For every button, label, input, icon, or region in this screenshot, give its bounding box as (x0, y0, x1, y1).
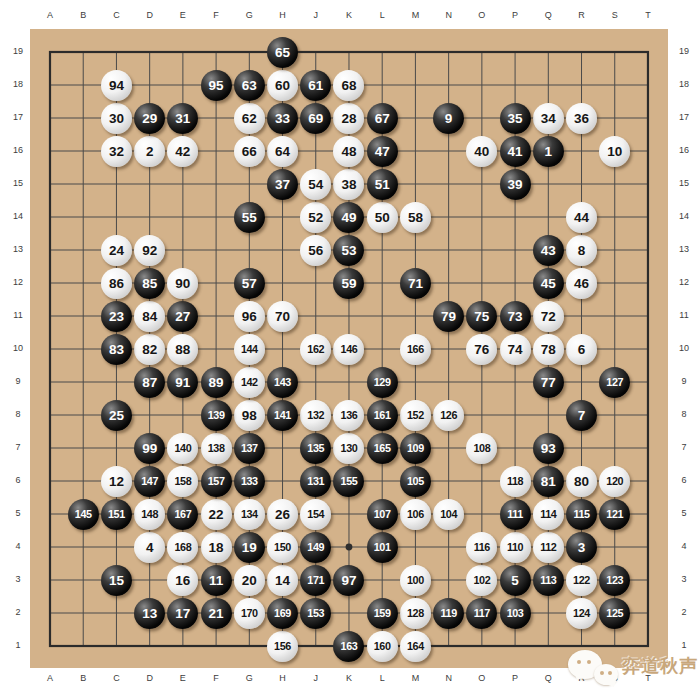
stone-black-R5: 115 (566, 499, 597, 530)
column-label-top: R (570, 10, 594, 20)
stone-black-L15: 51 (367, 169, 398, 200)
stone-white-F7: 138 (201, 433, 232, 464)
stone-black-Q9: 77 (533, 367, 564, 398)
row-label-left: 2 (8, 607, 28, 617)
stone-black-G4: 19 (234, 532, 265, 563)
column-label-top: D (138, 10, 162, 20)
stone-black-K6: 155 (333, 466, 364, 497)
stone-black-O11: 75 (466, 301, 497, 332)
stone-black-R8: 7 (566, 400, 597, 431)
stone-black-E5: 167 (167, 499, 198, 530)
stone-black-J2: 153 (300, 598, 331, 629)
stone-black-P2: 103 (500, 598, 531, 629)
row-label-left: 6 (8, 475, 28, 485)
stone-black-F9: 89 (201, 367, 232, 398)
wechat-icon-small-bubble (594, 664, 618, 685)
column-label-top: F (204, 10, 228, 20)
row-label-right: 3 (674, 574, 694, 584)
column-label-bottom: Q (536, 673, 560, 683)
stone-black-F18: 95 (201, 70, 232, 101)
stone-black-H15: 37 (267, 169, 298, 200)
stone-white-K15: 38 (333, 169, 364, 200)
stone-white-D13: 92 (134, 235, 165, 266)
stone-black-S9: 127 (599, 367, 630, 398)
stone-black-Q12: 45 (533, 268, 564, 299)
stone-white-R13: 8 (566, 235, 597, 266)
stone-white-L1: 160 (367, 631, 398, 662)
stone-black-E11: 27 (167, 301, 198, 332)
row-label-left: 10 (8, 343, 28, 353)
row-label-left: 17 (8, 112, 28, 122)
stone-black-J18: 61 (300, 70, 331, 101)
stone-white-M14: 58 (400, 202, 431, 233)
stone-black-P3: 5 (500, 565, 531, 596)
row-label-right: 4 (674, 541, 694, 551)
stone-white-E4: 168 (167, 532, 198, 563)
watermark-text: 弈道秋声 (622, 654, 698, 678)
stone-white-H4: 150 (267, 532, 298, 563)
stone-white-E6: 158 (167, 466, 198, 497)
stone-black-C8: 25 (101, 400, 132, 431)
stone-white-D16: 2 (134, 136, 165, 167)
stone-white-K16: 48 (333, 136, 364, 167)
stone-white-O10: 76 (466, 334, 497, 365)
stone-white-K17: 28 (333, 103, 364, 134)
stone-black-H17: 33 (267, 103, 298, 134)
stone-black-P15: 39 (500, 169, 531, 200)
stone-white-C12: 86 (101, 268, 132, 299)
column-label-bottom: J (304, 673, 328, 683)
stone-black-D7: 99 (134, 433, 165, 464)
column-label-top: Q (536, 10, 560, 20)
stone-black-H2: 169 (267, 598, 298, 629)
column-label-bottom: H (271, 673, 295, 683)
row-label-right: 9 (674, 376, 694, 386)
row-label-right: 11 (674, 310, 694, 320)
stone-black-J17: 69 (300, 103, 331, 134)
stone-white-J14: 52 (300, 202, 331, 233)
stone-black-F3: 11 (201, 565, 232, 596)
stone-white-P4: 110 (500, 532, 531, 563)
row-label-right: 18 (674, 79, 694, 89)
column-label-bottom: G (237, 673, 261, 683)
stone-black-L9: 129 (367, 367, 398, 398)
stone-white-L14: 50 (367, 202, 398, 233)
stone-white-G17: 62 (234, 103, 265, 134)
stone-black-Q3: 113 (533, 565, 564, 596)
stone-black-C3: 15 (101, 565, 132, 596)
stone-white-O4: 116 (466, 532, 497, 563)
stone-black-C11: 23 (101, 301, 132, 332)
stone-white-E3: 16 (167, 565, 198, 596)
row-label-right: 14 (674, 211, 694, 221)
row-label-left: 7 (8, 442, 28, 452)
stone-black-M7: 109 (400, 433, 431, 464)
stone-white-O7: 108 (466, 433, 497, 464)
row-label-right: 16 (674, 145, 694, 155)
stone-black-J3: 171 (300, 565, 331, 596)
row-label-left: 8 (8, 409, 28, 419)
stone-black-S2: 125 (599, 598, 630, 629)
stone-white-C17: 30 (101, 103, 132, 134)
stone-white-G5: 134 (234, 499, 265, 530)
stone-black-H19: 65 (267, 37, 298, 68)
stone-white-D11: 84 (134, 301, 165, 332)
stone-white-K18: 68 (333, 70, 364, 101)
stone-white-C16: 32 (101, 136, 132, 167)
column-label-top: O (470, 10, 494, 20)
row-label-left: 12 (8, 277, 28, 287)
stone-black-G12: 57 (234, 268, 265, 299)
stone-white-M3: 100 (400, 565, 431, 596)
stone-white-J13: 56 (300, 235, 331, 266)
column-label-top: B (71, 10, 95, 20)
go-kifu-diagram: AABBCCDDEEFFGGHHJJKKLLMMNNOOPPQQRRSSTT19… (0, 0, 700, 700)
stone-black-L4: 101 (367, 532, 398, 563)
column-label-top: H (271, 10, 295, 20)
stone-black-N17: 9 (433, 103, 464, 134)
stone-black-D6: 147 (134, 466, 165, 497)
stone-white-G16: 66 (234, 136, 265, 167)
stone-white-C6: 12 (101, 466, 132, 497)
stone-white-F4: 18 (201, 532, 232, 563)
stone-white-C13: 24 (101, 235, 132, 266)
stone-black-L5: 107 (367, 499, 398, 530)
stone-white-N8: 126 (433, 400, 464, 431)
stone-white-S16: 10 (599, 136, 630, 167)
stone-black-G7: 137 (234, 433, 265, 464)
stone-white-C18: 94 (101, 70, 132, 101)
stone-white-G8: 98 (234, 400, 265, 431)
stone-black-J6: 131 (300, 466, 331, 497)
stone-black-B5: 145 (68, 499, 99, 530)
stone-black-D9: 87 (134, 367, 165, 398)
stone-black-M12: 71 (400, 268, 431, 299)
row-label-right: 7 (674, 442, 694, 452)
row-label-left: 13 (8, 244, 28, 254)
stone-white-R17: 36 (566, 103, 597, 134)
stone-black-P17: 35 (500, 103, 531, 134)
row-label-left: 3 (8, 574, 28, 584)
row-label-right: 5 (674, 508, 694, 518)
stone-white-E16: 42 (167, 136, 198, 167)
stone-black-E9: 91 (167, 367, 198, 398)
column-label-bottom: M (403, 673, 427, 683)
stone-black-J4: 149 (300, 532, 331, 563)
column-label-top: K (337, 10, 361, 20)
stone-white-P10: 74 (500, 334, 531, 365)
column-label-top: A (38, 10, 62, 20)
stone-black-L8: 161 (367, 400, 398, 431)
row-label-left: 9 (8, 376, 28, 386)
column-label-bottom: F (204, 673, 228, 683)
stone-white-G11: 96 (234, 301, 265, 332)
stone-black-M6: 105 (400, 466, 431, 497)
stone-white-M2: 128 (400, 598, 431, 629)
stone-white-M10: 166 (400, 334, 431, 365)
column-label-bottom: B (71, 673, 95, 683)
column-label-top: E (171, 10, 195, 20)
row-label-left: 15 (8, 178, 28, 188)
stone-black-G6: 133 (234, 466, 265, 497)
column-label-bottom: A (38, 673, 62, 683)
stones-layer: 1234567891011121314151617181920212223242… (33, 36, 664, 663)
stone-black-S5: 121 (599, 499, 630, 530)
stone-white-H11: 70 (267, 301, 298, 332)
row-label-left: 19 (8, 46, 28, 56)
stone-white-G9: 142 (234, 367, 265, 398)
stone-white-G2: 170 (234, 598, 265, 629)
stone-white-G10: 144 (234, 334, 265, 365)
stone-black-L7: 165 (367, 433, 398, 464)
row-label-left: 11 (8, 310, 28, 320)
stone-white-Q5: 114 (533, 499, 564, 530)
row-label-left: 1 (8, 640, 28, 650)
stone-white-E12: 90 (167, 268, 198, 299)
column-label-top: J (304, 10, 328, 20)
stone-black-F8: 139 (201, 400, 232, 431)
row-label-right: 17 (674, 112, 694, 122)
stone-white-H5: 26 (267, 499, 298, 530)
column-label-top: G (237, 10, 261, 20)
stone-black-S3: 123 (599, 565, 630, 596)
stone-white-P6: 118 (500, 466, 531, 497)
stone-black-P5: 111 (500, 499, 531, 530)
stone-white-M8: 152 (400, 400, 431, 431)
watermark: 弈道秋声 (560, 644, 698, 698)
stone-black-D12: 85 (134, 268, 165, 299)
stone-white-Q11: 72 (533, 301, 564, 332)
stone-black-P11: 73 (500, 301, 531, 332)
stone-black-L2: 159 (367, 598, 398, 629)
stone-black-O2: 117 (466, 598, 497, 629)
stone-white-R10: 6 (566, 334, 597, 365)
row-label-right: 12 (674, 277, 694, 287)
column-label-top: S (603, 10, 627, 20)
stone-black-K14: 49 (333, 202, 364, 233)
stone-white-J8: 132 (300, 400, 331, 431)
stone-white-R2: 124 (566, 598, 597, 629)
stone-black-N2: 119 (433, 598, 464, 629)
stone-white-F5: 22 (201, 499, 232, 530)
row-label-right: 19 (674, 46, 694, 56)
stone-black-Q16: 1 (533, 136, 564, 167)
row-label-right: 10 (674, 343, 694, 353)
row-label-right: 13 (674, 244, 694, 254)
column-label-top: M (403, 10, 427, 20)
stone-black-L17: 67 (367, 103, 398, 134)
column-label-bottom: L (370, 673, 394, 683)
row-label-left: 5 (8, 508, 28, 518)
stone-white-M1: 164 (400, 631, 431, 662)
stone-white-D4: 4 (134, 532, 165, 563)
stone-white-J5: 154 (300, 499, 331, 530)
stone-white-N5: 104 (433, 499, 464, 530)
stone-white-E7: 140 (167, 433, 198, 464)
stone-white-H3: 14 (267, 565, 298, 596)
row-label-left: 4 (8, 541, 28, 551)
stone-white-J15: 54 (300, 169, 331, 200)
stone-black-J7: 135 (300, 433, 331, 464)
stone-black-G14: 55 (234, 202, 265, 233)
stone-white-R3: 122 (566, 565, 597, 596)
stone-black-N11: 79 (433, 301, 464, 332)
stone-white-H18: 60 (267, 70, 298, 101)
stone-black-Q6: 81 (533, 466, 564, 497)
stone-black-D2: 13 (134, 598, 165, 629)
stone-black-F2: 21 (201, 598, 232, 629)
row-label-left: 18 (8, 79, 28, 89)
row-label-right: 8 (674, 409, 694, 419)
column-label-bottom: C (104, 673, 128, 683)
column-label-bottom: K (337, 673, 361, 683)
column-label-bottom: O (470, 673, 494, 683)
column-label-top: L (370, 10, 394, 20)
stone-white-J10: 162 (300, 334, 331, 365)
stone-white-K10: 146 (333, 334, 364, 365)
stone-white-E10: 88 (167, 334, 198, 365)
column-label-top: P (503, 10, 527, 20)
stone-black-E2: 17 (167, 598, 198, 629)
column-label-bottom: E (171, 673, 195, 683)
stone-white-K7: 130 (333, 433, 364, 464)
row-label-left: 14 (8, 211, 28, 221)
stone-black-H9: 143 (267, 367, 298, 398)
stone-white-Q17: 34 (533, 103, 564, 134)
column-label-top: N (437, 10, 461, 20)
stone-white-R6: 80 (566, 466, 597, 497)
stone-black-K13: 53 (333, 235, 364, 266)
stone-white-H1: 156 (267, 631, 298, 662)
stone-white-Q4: 112 (533, 532, 564, 563)
stone-black-H8: 141 (267, 400, 298, 431)
stone-white-O3: 102 (466, 565, 497, 596)
column-label-bottom: D (138, 673, 162, 683)
stone-black-P16: 41 (500, 136, 531, 167)
row-label-right: 15 (674, 178, 694, 188)
stone-black-Q13: 43 (533, 235, 564, 266)
stone-black-K3: 97 (333, 565, 364, 596)
stone-white-G3: 20 (234, 565, 265, 596)
stone-black-K12: 59 (333, 268, 364, 299)
stone-white-R12: 46 (566, 268, 597, 299)
stone-black-L16: 47 (367, 136, 398, 167)
stone-white-H16: 64 (267, 136, 298, 167)
stone-black-C5: 151 (101, 499, 132, 530)
column-label-bottom: N (437, 673, 461, 683)
stone-black-K1: 163 (333, 631, 364, 662)
column-label-bottom: P (503, 673, 527, 683)
stone-white-D5: 148 (134, 499, 165, 530)
row-label-right: 2 (674, 607, 694, 617)
stone-white-D10: 82 (134, 334, 165, 365)
stone-white-K8: 136 (333, 400, 364, 431)
stone-white-R14: 44 (566, 202, 597, 233)
stone-black-G18: 63 (234, 70, 265, 101)
stone-black-F6: 157 (201, 466, 232, 497)
stone-white-S6: 120 (599, 466, 630, 497)
row-label-left: 16 (8, 145, 28, 155)
stone-black-D17: 29 (134, 103, 165, 134)
stone-black-C10: 83 (101, 334, 132, 365)
stone-white-M5: 106 (400, 499, 431, 530)
stone-black-Q7: 93 (533, 433, 564, 464)
stone-black-E17: 31 (167, 103, 198, 134)
stone-white-Q10: 78 (533, 334, 564, 365)
stone-white-O16: 40 (466, 136, 497, 167)
stone-black-R4: 3 (566, 532, 597, 563)
column-label-top: C (104, 10, 128, 20)
row-label-right: 6 (674, 475, 694, 485)
column-label-top: T (636, 10, 660, 20)
